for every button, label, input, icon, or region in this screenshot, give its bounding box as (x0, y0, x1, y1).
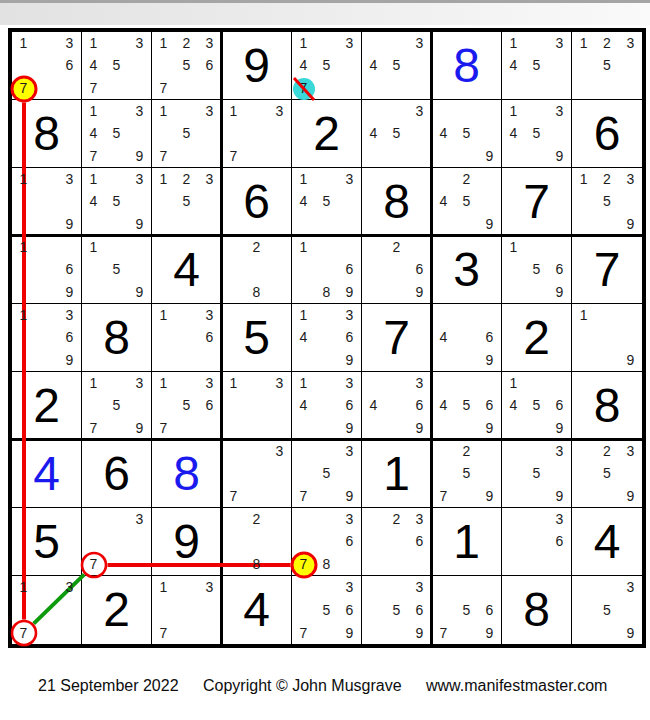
cell-r4c3[interactable]: 4 (152, 236, 222, 304)
candidate-empty (315, 236, 338, 258)
candidate-empty (525, 32, 548, 54)
cell-r8c4[interactable]: 28 (222, 508, 292, 576)
candidate-9: 9 (338, 349, 361, 371)
candidate-3: 3 (548, 32, 571, 54)
candidate-1: 1 (12, 32, 35, 54)
candidate-empty (478, 168, 501, 190)
candidate-empty (338, 190, 361, 212)
candidate-8: 8 (245, 281, 268, 303)
candidate-4: 4 (292, 54, 315, 76)
candidate-empty (548, 54, 571, 76)
cell-r2c6[interactable]: 345 (362, 100, 432, 168)
candidate-empty (35, 599, 58, 622)
cell-r1c8[interactable]: 1345 (502, 32, 572, 100)
candidate-3: 3 (268, 100, 291, 122)
given-digit: 3 (432, 236, 501, 303)
cell-r8c5[interactable]: 3678 (292, 508, 362, 576)
candidate-empty (455, 349, 478, 371)
candidate-grid: 13457 (82, 32, 151, 99)
cell-r8c6[interactable]: 236 (362, 508, 432, 576)
cell-r2c4[interactable]: 137 (222, 100, 292, 168)
cell-r5c2[interactable]: 8 (82, 304, 152, 372)
cell-r6c1[interactable]: 2 (12, 372, 82, 440)
candidate-2: 2 (455, 440, 478, 462)
candidate-3: 3 (619, 576, 642, 599)
candidate-1: 1 (82, 372, 105, 394)
candidate-empty (455, 372, 478, 394)
candidate-grid: 37 (82, 508, 151, 575)
candidate-7: 7 (432, 621, 455, 644)
candidate-empty (619, 326, 642, 348)
candidate-grid: 19 (572, 304, 642, 371)
candidate-grid: 35679 (292, 576, 361, 644)
candidate-empty (572, 326, 595, 348)
candidate-empty (198, 77, 221, 99)
candidate-empty (315, 77, 338, 99)
cell-r9c3[interactable]: 137 (152, 576, 222, 644)
candidate-empty (268, 258, 291, 280)
candidate-empty (385, 281, 408, 303)
cell-r2c3[interactable]: 1357 (152, 100, 222, 168)
cell-r8c2[interactable]: 37 (82, 508, 152, 576)
candidate-3: 3 (198, 372, 221, 394)
candidate-grid: 12359 (572, 168, 642, 235)
cell-r9c8[interactable]: 8 (502, 576, 572, 644)
cell-r3c7[interactable]: 2459 (432, 168, 502, 236)
candidate-4: 4 (432, 122, 455, 144)
candidate-empty (385, 553, 408, 575)
candidate-empty (455, 326, 478, 348)
candidate-empty (222, 417, 245, 439)
cell-r6c6[interactable]: 3469 (362, 372, 432, 440)
candidate-empty (525, 440, 548, 462)
candidate-empty (292, 349, 315, 371)
candidate-empty (502, 462, 525, 484)
given-digit: 8 (362, 168, 431, 235)
cell-r9c6[interactable]: 3569 (362, 576, 432, 644)
cell-r1c1[interactable]: 1367 (12, 32, 82, 100)
candidate-grid: 136 (152, 304, 221, 371)
candidate-grid: 137 (12, 576, 81, 644)
candidate-5: 5 (455, 122, 478, 144)
candidate-empty (408, 122, 431, 144)
cell-r5c7[interactable]: 469 (432, 304, 502, 372)
candidate-5: 5 (525, 394, 548, 416)
cell-r3c6[interactable]: 8 (362, 168, 432, 236)
cell-r5c6[interactable]: 7 (362, 304, 432, 372)
candidate-grid: 2459 (432, 168, 501, 235)
cell-r6c5[interactable]: 13469 (292, 372, 362, 440)
candidate-1: 1 (12, 236, 35, 258)
cell-r5c8[interactable]: 2 (502, 304, 572, 372)
candidate-empty (82, 258, 105, 280)
candidate-empty (268, 122, 291, 144)
candidate-5: 5 (525, 54, 548, 76)
candidate-empty (12, 281, 35, 303)
candidate-empty (82, 530, 105, 552)
candidate-empty (315, 576, 338, 599)
cell-r4c6[interactable]: 269 (362, 236, 432, 304)
candidate-empty (245, 485, 268, 507)
candidate-empty (105, 145, 128, 167)
cell-r6c9[interactable]: 8 (572, 372, 642, 440)
candidate-9: 9 (478, 417, 501, 439)
candidate-empty (58, 236, 81, 258)
candidate-7: 7 (292, 485, 315, 507)
cell-r2c5[interactable]: 2 (292, 100, 362, 168)
cell-r1c7[interactable]: 8 (432, 32, 502, 100)
candidate-grid: 345 (362, 100, 431, 167)
candidate-6: 6 (58, 258, 81, 280)
cell-r5c5[interactable]: 13469 (292, 304, 362, 372)
candidate-5: 5 (525, 122, 548, 144)
candidate-empty (572, 485, 595, 507)
candidate-5: 5 (105, 190, 128, 212)
candidate-4: 4 (292, 394, 315, 416)
given-digit: 1 (432, 508, 501, 575)
candidate-empty (268, 485, 291, 507)
candidate-7: 7 (152, 621, 175, 644)
footer: 21 September 2022 Copyright © John Musgr… (38, 677, 638, 695)
candidate-5: 5 (595, 190, 618, 212)
cell-r3c1[interactable]: 139 (12, 168, 82, 236)
cell-r1c2[interactable]: 13457 (82, 32, 152, 100)
candidate-3: 3 (408, 100, 431, 122)
cell-r4c7[interactable]: 3 (432, 236, 502, 304)
candidate-empty (432, 462, 455, 484)
cell-r4c2[interactable]: 159 (82, 236, 152, 304)
candidate-9: 9 (478, 213, 501, 235)
cell-r4c1[interactable]: 169 (12, 236, 82, 304)
candidate-empty (128, 258, 151, 280)
cell-r1c5[interactable]: 13457 (292, 32, 362, 100)
candidate-empty (35, 621, 58, 644)
candidate-empty (175, 304, 198, 326)
candidate-1: 1 (152, 576, 175, 599)
candidate-empty (245, 145, 268, 167)
candidate-grid: 169 (12, 236, 81, 303)
cell-r6c2[interactable]: 13579 (82, 372, 152, 440)
candidate-grid: 36 (502, 508, 571, 575)
candidate-9: 9 (619, 485, 642, 507)
cell-r6c3[interactable]: 13567 (152, 372, 222, 440)
cell-r2c9[interactable]: 6 (572, 100, 642, 168)
candidate-grid: 137 (222, 100, 291, 167)
candidate-empty (58, 77, 81, 99)
candidate-4: 4 (362, 394, 385, 416)
candidate-grid: 139 (12, 168, 81, 235)
candidate-empty (385, 145, 408, 167)
candidate-empty (525, 145, 548, 167)
cell-r7c9[interactable]: 2359 (572, 440, 642, 508)
cell-r5c1[interactable]: 1369 (12, 304, 82, 372)
candidate-empty (338, 462, 361, 484)
candidate-empty (548, 553, 571, 575)
candidate-empty (525, 372, 548, 394)
candidate-1: 1 (82, 32, 105, 54)
candidate-empty (432, 168, 455, 190)
candidate-9: 9 (478, 485, 501, 507)
candidate-grid: 13 (222, 372, 291, 439)
candidate-grid: 37 (222, 440, 291, 507)
given-digit: 7 (362, 304, 431, 371)
candidate-1: 1 (502, 100, 525, 122)
candidate-6: 6 (338, 530, 361, 552)
candidate-empty (315, 372, 338, 394)
cell-r7c8[interactable]: 359 (502, 440, 572, 508)
candidate-empty (525, 553, 548, 575)
candidate-empty (12, 599, 35, 622)
candidate-7: 7 (12, 621, 35, 644)
candidate-5: 5 (175, 190, 198, 212)
candidate-5: 5 (455, 190, 478, 212)
cell-r3c5[interactable]: 1345 (292, 168, 362, 236)
cell-r3c8[interactable]: 7 (502, 168, 572, 236)
cell-r3c4[interactable]: 6 (222, 168, 292, 236)
candidate-empty (385, 530, 408, 552)
candidate-empty (432, 440, 455, 462)
cell-r7c6[interactable]: 1 (362, 440, 432, 508)
cell-r7c1[interactable]: 4 (12, 440, 82, 508)
window-top-bar (0, 0, 650, 25)
cell-r8c9[interactable]: 4 (572, 508, 642, 576)
candidate-7: 7 (82, 77, 105, 99)
cell-r9c4[interactable]: 4 (222, 576, 292, 644)
candidate-3: 3 (268, 372, 291, 394)
candidate-1: 1 (292, 32, 315, 54)
candidate-8: 8 (245, 553, 268, 575)
cell-r2c1[interactable]: 8 (12, 100, 82, 168)
candidate-empty (362, 236, 385, 258)
candidate-empty (525, 417, 548, 439)
cell-r9c5[interactable]: 35679 (292, 576, 362, 644)
cell-r6c4[interactable]: 13 (222, 372, 292, 440)
candidate-empty (222, 122, 245, 144)
cell-r5c9[interactable]: 19 (572, 304, 642, 372)
candidate-empty (362, 372, 385, 394)
candidate-9: 9 (128, 213, 151, 235)
cell-r7c4[interactable]: 37 (222, 440, 292, 508)
candidate-3: 3 (548, 508, 571, 530)
candidate-empty (432, 304, 455, 326)
candidate-empty (502, 530, 525, 552)
cell-r9c1[interactable]: 137 (12, 576, 82, 644)
candidate-7: 7 (82, 553, 105, 575)
candidate-empty (572, 77, 595, 99)
cell-r8c8[interactable]: 36 (502, 508, 572, 576)
candidate-empty (362, 621, 385, 644)
cell-r4c4[interactable]: 28 (222, 236, 292, 304)
candidate-grid: 13469 (292, 372, 361, 439)
candidate-5: 5 (175, 394, 198, 416)
given-digit: 8 (12, 100, 81, 167)
candidate-empty (595, 77, 618, 99)
cell-r1c9[interactable]: 1235 (572, 32, 642, 100)
candidate-empty (105, 168, 128, 190)
candidate-grid: 1345 (292, 168, 361, 235)
candidate-empty (338, 236, 361, 258)
cell-r5c4[interactable]: 5 (222, 304, 292, 372)
candidate-empty (222, 394, 245, 416)
cell-r3c9[interactable]: 12359 (572, 168, 642, 236)
cell-r6c7[interactable]: 4569 (432, 372, 502, 440)
candidate-3: 3 (408, 508, 431, 530)
candidate-empty (175, 77, 198, 99)
candidate-empty (595, 304, 618, 326)
candidate-4: 4 (432, 190, 455, 212)
cell-r9c2[interactable]: 2 (82, 576, 152, 644)
cell-r7c5[interactable]: 3579 (292, 440, 362, 508)
candidate-empty (198, 417, 221, 439)
candidate-grid: 13567 (152, 372, 221, 439)
candidate-3: 3 (338, 32, 361, 54)
candidate-empty (385, 32, 408, 54)
cell-r4c5[interactable]: 1689 (292, 236, 362, 304)
candidate-empty (315, 349, 338, 371)
cell-r1c4[interactable]: 9 (222, 32, 292, 100)
candidate-7: 7 (222, 485, 245, 507)
candidate-empty (175, 417, 198, 439)
candidate-empty (35, 77, 58, 99)
candidate-6: 6 (548, 530, 571, 552)
candidate-empty (455, 145, 478, 167)
cell-r2c8[interactable]: 13459 (502, 100, 572, 168)
candidate-grid: 28 (222, 508, 291, 575)
candidate-7: 7 (292, 621, 315, 644)
candidate-empty (175, 372, 198, 394)
candidate-empty (478, 576, 501, 599)
candidate-empty (455, 213, 478, 235)
candidate-empty (152, 122, 175, 144)
cell-r8c7[interactable]: 1 (432, 508, 502, 576)
candidate-empty (315, 508, 338, 530)
candidate-empty (35, 236, 58, 258)
candidate-1: 1 (502, 372, 525, 394)
candidate-1: 1 (152, 168, 175, 190)
candidate-empty (362, 576, 385, 599)
given-digit: 4 (222, 576, 291, 644)
candidate-6: 6 (338, 326, 361, 348)
candidate-3: 3 (128, 32, 151, 54)
candidate-empty (595, 213, 618, 235)
candidate-empty (548, 372, 571, 394)
candidate-3: 3 (58, 304, 81, 326)
cell-r7c7[interactable]: 2579 (432, 440, 502, 508)
candidate-empty (548, 77, 571, 99)
candidate-7: 7 (152, 145, 175, 167)
candidate-empty (245, 530, 268, 552)
cell-r3c2[interactable]: 13459 (82, 168, 152, 236)
candidate-empty (105, 508, 128, 530)
candidate-empty (455, 100, 478, 122)
candidate-grid: 13469 (292, 304, 361, 371)
cell-r6c8[interactable]: 14569 (502, 372, 572, 440)
cell-r9c9[interactable]: 359 (572, 576, 642, 644)
candidate-5: 5 (175, 122, 198, 144)
candidate-9: 9 (619, 349, 642, 371)
candidate-empty (619, 304, 642, 326)
candidate-empty (292, 462, 315, 484)
cell-r3c3[interactable]: 1235 (152, 168, 222, 236)
candidate-3: 3 (338, 440, 361, 462)
candidate-empty (478, 100, 501, 122)
candidate-5: 5 (105, 394, 128, 416)
candidate-grid: 1235 (572, 32, 642, 99)
candidate-6: 6 (408, 258, 431, 280)
candidate-5: 5 (455, 394, 478, 416)
given-digit: 7 (502, 168, 571, 235)
candidate-empty (502, 258, 525, 280)
candidate-empty (268, 508, 291, 530)
cell-r4c8[interactable]: 1569 (502, 236, 572, 304)
cell-r2c7[interactable]: 459 (432, 100, 502, 168)
candidate-grid: 13457 (292, 32, 361, 99)
candidate-5: 5 (385, 122, 408, 144)
cell-r1c6[interactable]: 345 (362, 32, 432, 100)
candidate-empty (385, 576, 408, 599)
candidate-3: 3 (58, 576, 81, 599)
candidate-empty (198, 122, 221, 144)
candidate-1: 1 (152, 32, 175, 54)
candidate-3: 3 (128, 508, 151, 530)
candidate-5: 5 (105, 54, 128, 76)
cell-r9c7[interactable]: 5679 (432, 576, 502, 644)
candidate-grid: 1235 (152, 168, 221, 235)
given-digit: 8 (572, 372, 642, 439)
cell-r2c2[interactable]: 134579 (82, 100, 152, 168)
given-digit: 6 (572, 100, 642, 167)
given-digit: 6 (222, 168, 291, 235)
candidate-empty (268, 394, 291, 416)
cell-r8c3[interactable]: 9 (152, 508, 222, 576)
candidate-empty (315, 621, 338, 644)
candidate-empty (502, 77, 525, 99)
candidate-empty (175, 145, 198, 167)
candidate-empty (35, 258, 58, 280)
cell-r8c1[interactable]: 5 (12, 508, 82, 576)
cell-r1c3[interactable]: 123567 (152, 32, 222, 100)
candidate-empty (362, 508, 385, 530)
candidate-grid: 4569 (432, 372, 501, 439)
candidate-empty (315, 394, 338, 416)
candidate-empty (408, 77, 431, 99)
candidate-grid: 159 (82, 236, 151, 303)
candidate-empty (292, 576, 315, 599)
cell-r7c3[interactable]: 8 (152, 440, 222, 508)
cell-r7c2[interactable]: 6 (82, 440, 152, 508)
footer-date: 21 September 2022 (38, 677, 179, 694)
cell-r5c3[interactable]: 136 (152, 304, 222, 372)
candidate-2: 2 (175, 32, 198, 54)
footer-website: www.manifestmaster.com (426, 677, 607, 694)
candidate-1: 1 (12, 576, 35, 599)
candidate-empty (268, 145, 291, 167)
candidate-empty (315, 213, 338, 235)
given-digit: 2 (292, 100, 361, 167)
candidate-5: 5 (315, 190, 338, 212)
candidate-empty (268, 530, 291, 552)
candidate-empty (222, 530, 245, 552)
candidate-3: 3 (619, 168, 642, 190)
candidate-empty (572, 462, 595, 484)
candidate-empty (105, 213, 128, 235)
candidate-5: 5 (525, 258, 548, 280)
cell-r4c9[interactable]: 7 (572, 236, 642, 304)
candidate-9: 9 (548, 485, 571, 507)
candidate-empty (385, 417, 408, 439)
candidate-empty (362, 100, 385, 122)
candidate-grid: 236 (362, 508, 431, 575)
